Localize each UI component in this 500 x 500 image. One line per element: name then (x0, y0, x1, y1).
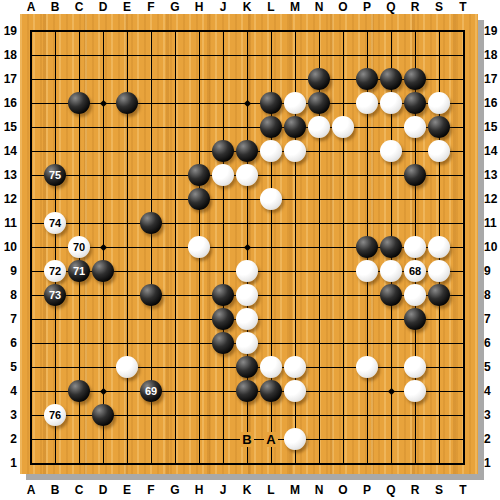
point[interactable] (67, 331, 91, 355)
point[interactable] (379, 139, 403, 163)
point[interactable] (43, 91, 67, 115)
point[interactable] (427, 139, 451, 163)
point[interactable] (187, 307, 211, 331)
point[interactable] (355, 211, 379, 235)
point[interactable] (283, 307, 307, 331)
point[interactable] (355, 91, 379, 115)
point[interactable] (427, 331, 451, 355)
point[interactable] (283, 235, 307, 259)
point[interactable] (259, 67, 283, 91)
point[interactable] (187, 355, 211, 379)
point[interactable] (355, 355, 379, 379)
point[interactable] (331, 163, 355, 187)
point[interactable] (283, 355, 307, 379)
point[interactable] (187, 91, 211, 115)
point[interactable] (451, 379, 475, 403)
point[interactable] (43, 67, 67, 91)
point[interactable] (403, 163, 427, 187)
point[interactable] (283, 43, 307, 67)
point[interactable] (163, 115, 187, 139)
point[interactable] (139, 163, 163, 187)
point[interactable] (67, 187, 91, 211)
point[interactable] (235, 331, 259, 355)
point[interactable] (211, 139, 235, 163)
point[interactable] (331, 259, 355, 283)
point[interactable] (163, 307, 187, 331)
point[interactable] (259, 283, 283, 307)
point[interactable] (115, 379, 139, 403)
point[interactable] (235, 91, 259, 115)
point[interactable] (355, 19, 379, 43)
point[interactable] (211, 163, 235, 187)
point[interactable] (331, 43, 355, 67)
point[interactable] (283, 259, 307, 283)
point[interactable] (91, 259, 115, 283)
point[interactable] (307, 307, 331, 331)
point[interactable] (283, 211, 307, 235)
point[interactable] (403, 331, 427, 355)
point[interactable] (115, 331, 139, 355)
point[interactable] (283, 403, 307, 427)
point[interactable] (307, 283, 331, 307)
point[interactable] (403, 187, 427, 211)
point[interactable] (331, 379, 355, 403)
point[interactable] (235, 235, 259, 259)
point[interactable] (19, 355, 43, 379)
point[interactable] (451, 91, 475, 115)
point[interactable] (379, 259, 403, 283)
point[interactable] (19, 163, 43, 187)
point[interactable] (355, 43, 379, 67)
point[interactable] (43, 115, 67, 139)
point[interactable] (115, 283, 139, 307)
point[interactable] (139, 403, 163, 427)
point[interactable] (43, 427, 67, 451)
point[interactable] (283, 67, 307, 91)
point[interactable] (403, 67, 427, 91)
point[interactable]: 72 (43, 259, 67, 283)
point[interactable] (187, 403, 211, 427)
point[interactable] (19, 67, 43, 91)
point[interactable] (115, 355, 139, 379)
point[interactable] (355, 139, 379, 163)
point[interactable] (211, 355, 235, 379)
point[interactable] (91, 91, 115, 115)
point[interactable] (403, 43, 427, 67)
point[interactable] (331, 307, 355, 331)
point[interactable] (283, 139, 307, 163)
point[interactable] (283, 91, 307, 115)
point[interactable] (187, 115, 211, 139)
point[interactable] (355, 451, 379, 475)
point[interactable] (427, 403, 451, 427)
point[interactable] (43, 307, 67, 331)
point[interactable] (331, 355, 355, 379)
point[interactable] (235, 187, 259, 211)
point[interactable] (67, 67, 91, 91)
point[interactable] (427, 259, 451, 283)
point[interactable] (115, 259, 139, 283)
point[interactable] (211, 427, 235, 451)
point[interactable] (331, 187, 355, 211)
point[interactable] (115, 427, 139, 451)
point[interactable] (91, 163, 115, 187)
point[interactable] (139, 331, 163, 355)
point[interactable] (67, 163, 91, 187)
point[interactable] (259, 115, 283, 139)
point[interactable] (355, 427, 379, 451)
point[interactable] (355, 235, 379, 259)
point[interactable] (235, 211, 259, 235)
point[interactable] (307, 91, 331, 115)
point[interactable] (331, 451, 355, 475)
point[interactable] (139, 19, 163, 43)
point[interactable] (67, 43, 91, 67)
point[interactable] (259, 379, 283, 403)
point[interactable] (379, 307, 403, 331)
point[interactable] (355, 259, 379, 283)
point[interactable]: 74 (43, 211, 67, 235)
point[interactable] (187, 67, 211, 91)
point[interactable] (187, 283, 211, 307)
point[interactable] (331, 19, 355, 43)
point[interactable] (379, 355, 403, 379)
point[interactable] (427, 115, 451, 139)
point[interactable] (91, 139, 115, 163)
point[interactable] (43, 43, 67, 67)
point[interactable] (427, 187, 451, 211)
point[interactable] (259, 355, 283, 379)
point[interactable] (451, 43, 475, 67)
point[interactable] (163, 427, 187, 451)
point[interactable] (43, 451, 67, 475)
point[interactable]: A (259, 427, 283, 451)
point[interactable] (235, 139, 259, 163)
point[interactable] (67, 379, 91, 403)
point[interactable] (115, 19, 139, 43)
point[interactable] (139, 91, 163, 115)
point[interactable] (427, 19, 451, 43)
point[interactable] (235, 355, 259, 379)
point[interactable] (43, 187, 67, 211)
point[interactable] (451, 427, 475, 451)
point[interactable] (331, 115, 355, 139)
point[interactable] (211, 91, 235, 115)
point[interactable] (427, 427, 451, 451)
point[interactable] (211, 283, 235, 307)
point[interactable] (91, 115, 115, 139)
point[interactable] (163, 19, 187, 43)
point[interactable] (187, 43, 211, 67)
point[interactable] (307, 19, 331, 43)
point[interactable] (451, 355, 475, 379)
point[interactable] (67, 211, 91, 235)
point[interactable] (187, 139, 211, 163)
point[interactable] (139, 115, 163, 139)
point[interactable] (427, 379, 451, 403)
point[interactable] (307, 331, 331, 355)
point[interactable] (139, 283, 163, 307)
point[interactable] (115, 307, 139, 331)
point[interactable] (427, 163, 451, 187)
point[interactable] (211, 115, 235, 139)
point[interactable] (379, 235, 403, 259)
point[interactable] (235, 19, 259, 43)
point[interactable] (43, 19, 67, 43)
point[interactable] (307, 187, 331, 211)
point[interactable] (379, 187, 403, 211)
point[interactable] (115, 139, 139, 163)
point[interactable] (379, 427, 403, 451)
point[interactable] (235, 163, 259, 187)
point[interactable] (43, 355, 67, 379)
point[interactable] (307, 211, 331, 235)
point[interactable] (283, 283, 307, 307)
point[interactable] (19, 139, 43, 163)
point[interactable] (19, 211, 43, 235)
point[interactable] (19, 19, 43, 43)
point[interactable] (307, 67, 331, 91)
point[interactable] (379, 451, 403, 475)
point[interactable] (379, 403, 403, 427)
point[interactable] (163, 43, 187, 67)
point[interactable] (403, 451, 427, 475)
point[interactable] (67, 283, 91, 307)
point[interactable] (91, 67, 115, 91)
point[interactable] (187, 187, 211, 211)
point[interactable] (427, 211, 451, 235)
point[interactable] (259, 307, 283, 331)
point[interactable] (379, 331, 403, 355)
point[interactable] (403, 355, 427, 379)
point[interactable] (427, 355, 451, 379)
point[interactable] (211, 331, 235, 355)
point[interactable] (235, 67, 259, 91)
point[interactable] (115, 211, 139, 235)
point[interactable] (283, 115, 307, 139)
point[interactable] (451, 403, 475, 427)
point[interactable] (211, 307, 235, 331)
point[interactable] (139, 307, 163, 331)
point[interactable] (259, 211, 283, 235)
point[interactable] (43, 331, 67, 355)
point[interactable] (235, 403, 259, 427)
point[interactable] (139, 187, 163, 211)
point[interactable] (187, 379, 211, 403)
point[interactable]: 73 (43, 283, 67, 307)
point[interactable] (451, 211, 475, 235)
point[interactable] (211, 67, 235, 91)
point[interactable] (331, 403, 355, 427)
point[interactable] (427, 235, 451, 259)
point[interactable] (67, 91, 91, 115)
point[interactable] (163, 211, 187, 235)
point[interactable] (283, 163, 307, 187)
point[interactable] (19, 259, 43, 283)
point[interactable] (379, 91, 403, 115)
point[interactable] (19, 283, 43, 307)
point[interactable] (91, 355, 115, 379)
point[interactable] (163, 67, 187, 91)
point[interactable] (67, 355, 91, 379)
point[interactable]: 68 (403, 259, 427, 283)
point[interactable] (91, 307, 115, 331)
point[interactable] (91, 283, 115, 307)
point[interactable] (283, 451, 307, 475)
point[interactable] (19, 115, 43, 139)
point[interactable] (403, 211, 427, 235)
point[interactable] (259, 451, 283, 475)
point[interactable] (403, 91, 427, 115)
point[interactable] (307, 115, 331, 139)
point[interactable] (307, 355, 331, 379)
point[interactable] (91, 211, 115, 235)
point[interactable] (163, 235, 187, 259)
point[interactable] (451, 67, 475, 91)
point[interactable] (235, 43, 259, 67)
point[interactable] (283, 187, 307, 211)
point[interactable] (43, 379, 67, 403)
point[interactable] (139, 67, 163, 91)
point[interactable] (403, 19, 427, 43)
point[interactable] (307, 427, 331, 451)
point[interactable] (235, 259, 259, 283)
point[interactable] (43, 139, 67, 163)
point[interactable] (259, 91, 283, 115)
point[interactable] (139, 355, 163, 379)
point[interactable] (235, 115, 259, 139)
point[interactable] (379, 283, 403, 307)
point[interactable] (19, 43, 43, 67)
point[interactable] (163, 355, 187, 379)
point[interactable] (355, 163, 379, 187)
point[interactable] (211, 235, 235, 259)
point[interactable] (451, 115, 475, 139)
point[interactable] (451, 139, 475, 163)
point[interactable] (451, 307, 475, 331)
point[interactable] (355, 67, 379, 91)
point[interactable] (259, 331, 283, 355)
point[interactable] (19, 379, 43, 403)
point[interactable]: 71 (67, 259, 91, 283)
point[interactable] (163, 91, 187, 115)
point[interactable] (67, 451, 91, 475)
point[interactable] (91, 451, 115, 475)
point[interactable] (91, 379, 115, 403)
point[interactable] (307, 259, 331, 283)
point[interactable] (259, 259, 283, 283)
point[interactable] (259, 19, 283, 43)
point[interactable] (19, 331, 43, 355)
point[interactable] (91, 403, 115, 427)
point[interactable] (307, 235, 331, 259)
point[interactable] (259, 235, 283, 259)
point[interactable] (403, 379, 427, 403)
point[interactable] (307, 163, 331, 187)
point[interactable] (187, 451, 211, 475)
point[interactable] (379, 379, 403, 403)
point[interactable] (259, 139, 283, 163)
point[interactable] (259, 187, 283, 211)
point[interactable] (427, 283, 451, 307)
point[interactable] (67, 19, 91, 43)
point[interactable] (187, 19, 211, 43)
point[interactable] (115, 235, 139, 259)
point[interactable] (67, 139, 91, 163)
point[interactable] (163, 403, 187, 427)
point[interactable] (379, 67, 403, 91)
point[interactable] (283, 379, 307, 403)
point[interactable] (259, 403, 283, 427)
point[interactable] (115, 43, 139, 67)
point[interactable] (451, 163, 475, 187)
point[interactable] (67, 307, 91, 331)
point[interactable] (331, 331, 355, 355)
point[interactable]: B (235, 427, 259, 451)
point[interactable] (139, 211, 163, 235)
point[interactable] (379, 115, 403, 139)
point[interactable] (187, 259, 211, 283)
point[interactable] (211, 451, 235, 475)
point[interactable] (163, 139, 187, 163)
point[interactable] (235, 283, 259, 307)
point[interactable] (211, 43, 235, 67)
point[interactable]: 75 (43, 163, 67, 187)
point[interactable] (403, 139, 427, 163)
point[interactable] (403, 115, 427, 139)
point[interactable] (67, 427, 91, 451)
point[interactable] (331, 67, 355, 91)
point[interactable] (307, 403, 331, 427)
point[interactable] (19, 403, 43, 427)
point[interactable] (211, 379, 235, 403)
point[interactable] (331, 283, 355, 307)
point[interactable] (379, 163, 403, 187)
point[interactable] (451, 259, 475, 283)
point[interactable] (163, 259, 187, 283)
point[interactable] (307, 43, 331, 67)
point[interactable] (91, 19, 115, 43)
point[interactable] (355, 379, 379, 403)
point[interactable] (19, 235, 43, 259)
point[interactable] (211, 259, 235, 283)
point[interactable] (451, 451, 475, 475)
point[interactable] (43, 235, 67, 259)
point[interactable]: 76 (43, 403, 67, 427)
point[interactable] (283, 427, 307, 451)
point[interactable] (67, 403, 91, 427)
point[interactable] (115, 115, 139, 139)
point[interactable] (163, 331, 187, 355)
point[interactable] (67, 115, 91, 139)
point[interactable] (379, 43, 403, 67)
point[interactable] (211, 403, 235, 427)
point[interactable] (187, 163, 211, 187)
point[interactable] (211, 187, 235, 211)
point[interactable] (379, 211, 403, 235)
point[interactable] (91, 235, 115, 259)
point[interactable] (163, 163, 187, 187)
point[interactable] (355, 307, 379, 331)
point[interactable] (451, 331, 475, 355)
point[interactable] (379, 19, 403, 43)
point[interactable] (91, 43, 115, 67)
point[interactable] (19, 187, 43, 211)
point[interactable] (115, 403, 139, 427)
point[interactable] (19, 307, 43, 331)
point[interactable] (451, 187, 475, 211)
point[interactable] (163, 379, 187, 403)
